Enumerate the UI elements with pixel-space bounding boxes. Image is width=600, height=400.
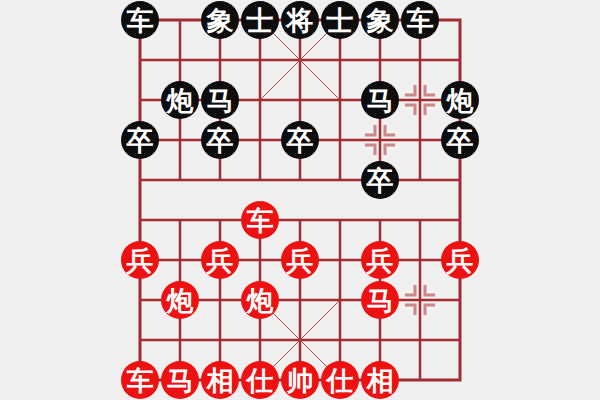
piece-red-advisor[interactable]: 仕 <box>321 361 359 399</box>
piece-red-soldier[interactable]: 兵 <box>441 241 479 279</box>
xiangqi-app-screen: 车象士将士象车炮马马炮卒卒卒卒卒车兵兵兵兵兵炮炮马车马相仕帅仕相 <box>0 0 600 400</box>
piece-red-elephant[interactable]: 相 <box>361 361 399 399</box>
piece-black-soldier[interactable]: 卒 <box>121 121 159 159</box>
piece-black-chariot[interactable]: 车 <box>401 1 439 39</box>
piece-red-cannon[interactable]: 炮 <box>161 281 199 319</box>
piece-black-chariot[interactable]: 车 <box>121 1 159 39</box>
xiangqi-board[interactable]: 车象士将士象车炮马马炮卒卒卒卒卒车兵兵兵兵兵炮炮马车马相仕帅仕相 <box>120 0 480 400</box>
piece-black-cannon[interactable]: 炮 <box>441 81 479 119</box>
piece-black-soldier[interactable]: 卒 <box>361 161 399 199</box>
piece-red-soldier[interactable]: 兵 <box>281 241 319 279</box>
piece-black-horse[interactable]: 马 <box>201 81 239 119</box>
piece-red-chariot[interactable]: 车 <box>121 361 159 399</box>
piece-black-soldier[interactable]: 卒 <box>201 121 239 159</box>
piece-black-soldier[interactable]: 卒 <box>441 121 479 159</box>
piece-red-horse[interactable]: 马 <box>361 281 399 319</box>
piece-red-cannon[interactable]: 炮 <box>241 281 279 319</box>
piece-red-elephant[interactable]: 相 <box>201 361 239 399</box>
piece-red-soldier[interactable]: 兵 <box>201 241 239 279</box>
piece-black-cannon[interactable]: 炮 <box>161 81 199 119</box>
piece-black-general[interactable]: 将 <box>281 1 319 39</box>
piece-black-advisor[interactable]: 士 <box>241 1 279 39</box>
piece-red-general[interactable]: 帅 <box>281 361 319 399</box>
piece-red-chariot[interactable]: 车 <box>241 201 279 239</box>
piece-black-advisor[interactable]: 士 <box>321 1 359 39</box>
piece-red-soldier[interactable]: 兵 <box>121 241 159 279</box>
piece-red-advisor[interactable]: 仕 <box>241 361 279 399</box>
piece-black-soldier[interactable]: 卒 <box>281 121 319 159</box>
piece-black-elephant[interactable]: 象 <box>361 1 399 39</box>
piece-red-soldier[interactable]: 兵 <box>361 241 399 279</box>
piece-black-elephant[interactable]: 象 <box>201 1 239 39</box>
piece-black-horse[interactable]: 马 <box>361 81 399 119</box>
piece-red-horse[interactable]: 马 <box>161 361 199 399</box>
